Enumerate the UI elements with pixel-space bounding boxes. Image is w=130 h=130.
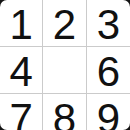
- cell-r2c3: 6: [87, 47, 130, 94]
- cell-r1c3: 3: [87, 0, 130, 47]
- digit-r2c1: 4: [9, 51, 32, 93]
- cell-r2c1: 4: [0, 47, 43, 94]
- puzzle-board: 1 2 3 4 6 7 8 9: [0, 0, 130, 130]
- digit-r1c2: 2: [53, 4, 76, 46]
- cell-r3c3: 9: [87, 94, 130, 130]
- cell-r1c2: 2: [43, 0, 86, 47]
- digit-r3c2: 8: [53, 98, 76, 130]
- digit-r3c3: 9: [97, 98, 120, 130]
- digit-r1c3: 3: [97, 4, 120, 46]
- cell-r3c2: 8: [43, 94, 86, 130]
- number-grid-app-icon[interactable]: 1 2 3 4 6 7 8 9: [0, 0, 130, 130]
- cell-r2c2-empty: [43, 47, 86, 94]
- cell-r3c1: 7: [0, 94, 43, 130]
- digit-r2c3: 6: [97, 51, 120, 93]
- digit-r3c1: 7: [9, 98, 32, 130]
- digit-r1c1: 1: [9, 4, 32, 46]
- cell-r1c1: 1: [0, 0, 43, 47]
